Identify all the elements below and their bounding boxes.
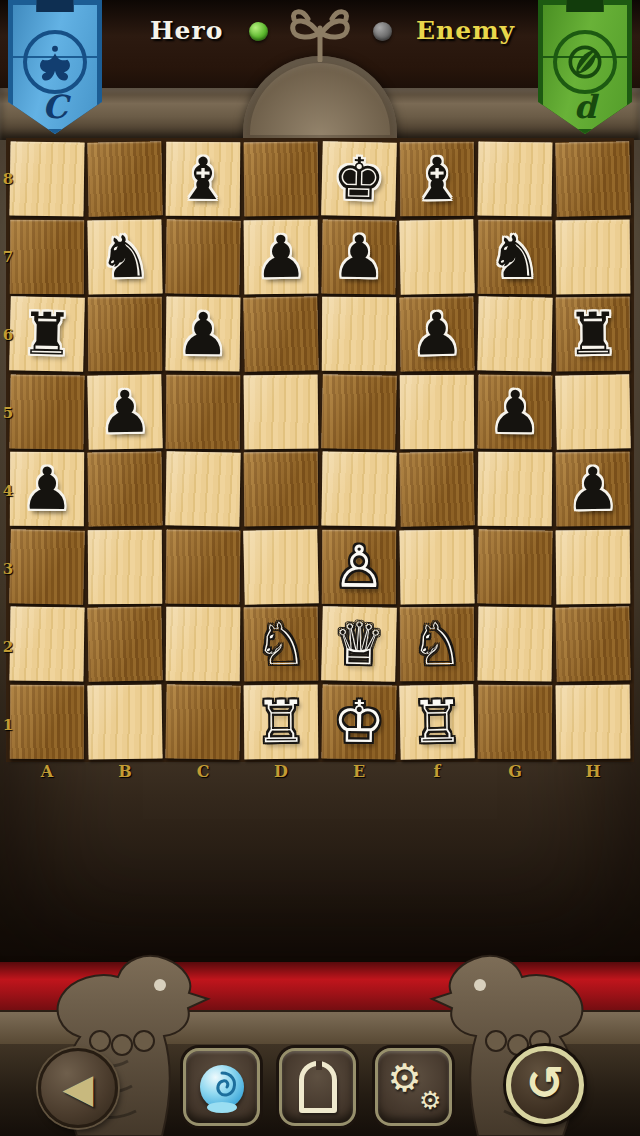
- square-h4[interactable]: ♟: [556, 452, 631, 526]
- square-h2[interactable]: [555, 606, 631, 681]
- white-queen: ♕: [332, 614, 385, 673]
- square-c6[interactable]: ♟: [165, 296, 240, 371]
- rank-label-2: 2: [1, 638, 15, 656]
- white-knight: ♘: [255, 614, 308, 673]
- black-pawn: ♟: [177, 304, 230, 363]
- enemy-banner: d: [538, 0, 632, 134]
- rank-label-4: 4: [1, 482, 15, 500]
- square-g2[interactable]: [477, 606, 552, 681]
- square-b8[interactable]: [87, 141, 162, 216]
- phoenix-emblem-icon: [23, 30, 87, 94]
- white-pawn: ♙: [333, 537, 385, 595]
- door-button[interactable]: [279, 1048, 356, 1126]
- enemy-banner-front: d: [538, 0, 632, 134]
- black-pawn: ♟: [98, 382, 151, 441]
- file-label-f: f: [426, 762, 448, 781]
- square-d7[interactable]: ♟: [244, 219, 319, 293]
- door-icon: [299, 1061, 337, 1113]
- square-b2[interactable]: [87, 606, 162, 681]
- square-f3[interactable]: [399, 529, 474, 604]
- square-a6[interactable]: ♜: [9, 296, 85, 371]
- square-d4[interactable]: [244, 452, 319, 526]
- hero-banner-letter: C: [8, 88, 102, 126]
- square-e8[interactable]: ♚: [321, 141, 397, 216]
- enemy-banner-letter: d: [538, 88, 632, 126]
- hero-banner: C: [8, 0, 102, 134]
- rank-label-1: 1: [1, 716, 15, 734]
- black-pawn: ♟: [21, 460, 73, 518]
- white-rook: ♖: [410, 692, 463, 751]
- file-label-h: H: [582, 762, 604, 781]
- chess-board: ♝♚♝♞♟♟♞♜♟♟♜♟♟♟♟♙♘♕♘♖♔♖: [6, 138, 634, 762]
- square-h7[interactable]: [556, 219, 631, 293]
- hero-label: Hero: [150, 16, 223, 45]
- rank-label-8: 8: [1, 170, 15, 188]
- square-c8[interactable]: ♝: [166, 142, 241, 216]
- square-b6[interactable]: [88, 297, 163, 371]
- square-a3[interactable]: [9, 529, 85, 604]
- square-e6[interactable]: [322, 297, 396, 371]
- crystal-ball-icon: [200, 1065, 244, 1109]
- square-a1[interactable]: [10, 684, 84, 758]
- black-rook: ♜: [20, 304, 73, 363]
- square-a7[interactable]: [10, 219, 84, 293]
- square-c3[interactable]: [165, 529, 240, 604]
- square-b5[interactable]: ♟: [87, 374, 162, 449]
- square-a8[interactable]: [9, 141, 84, 216]
- back-button[interactable]: ◀: [38, 1048, 118, 1128]
- black-pawn: ♟: [333, 227, 386, 286]
- enemy-label: Enemy: [416, 16, 515, 45]
- square-c5[interactable]: [166, 374, 241, 448]
- square-c2[interactable]: [166, 607, 241, 681]
- square-f8[interactable]: ♝: [400, 142, 475, 216]
- square-h5[interactable]: [555, 374, 631, 449]
- square-b1[interactable]: [87, 684, 162, 759]
- square-e7[interactable]: ♟: [321, 219, 396, 294]
- square-h3[interactable]: [556, 529, 631, 603]
- square-a5[interactable]: [9, 374, 84, 449]
- square-e1[interactable]: ♔: [321, 684, 396, 759]
- square-g1[interactable]: [478, 684, 553, 758]
- file-label-b: B: [114, 762, 136, 781]
- square-g7[interactable]: ♞: [478, 219, 553, 293]
- square-b7[interactable]: ♞: [87, 219, 162, 294]
- square-g3[interactable]: [477, 529, 552, 604]
- back-icon: ◀: [63, 1065, 94, 1111]
- rank-label-3: 3: [1, 560, 15, 578]
- square-d6[interactable]: [243, 296, 319, 371]
- white-rook: ♖: [255, 692, 308, 751]
- file-label-e: E: [348, 762, 370, 781]
- square-f5[interactable]: [400, 374, 475, 448]
- square-e2[interactable]: ♕: [321, 606, 397, 681]
- square-d5[interactable]: [244, 374, 319, 448]
- square-e3[interactable]: ♙: [322, 529, 396, 603]
- rank-label-5: 5: [1, 404, 15, 422]
- black-knight: ♞: [99, 227, 152, 286]
- square-f7[interactable]: [399, 219, 474, 294]
- square-f2[interactable]: ♘: [400, 607, 475, 681]
- square-h8[interactable]: [555, 141, 631, 216]
- enemy-turn-dot: [373, 22, 392, 41]
- rank-label-7: 7: [1, 248, 15, 266]
- white-king: ♔: [333, 692, 386, 751]
- square-d1[interactable]: ♖: [244, 684, 319, 758]
- black-bishop: ♝: [411, 150, 463, 208]
- rank-label-6: 6: [1, 326, 15, 344]
- black-king: ♚: [332, 149, 385, 208]
- square-e5[interactable]: [321, 374, 397, 449]
- square-c1[interactable]: [165, 684, 240, 759]
- square-e4[interactable]: [321, 451, 396, 526]
- square-a4[interactable]: ♟: [10, 452, 84, 526]
- square-c7[interactable]: [165, 219, 240, 294]
- square-g6[interactable]: [477, 296, 552, 371]
- black-knight: ♞: [489, 227, 542, 285]
- black-rook: ♜: [567, 304, 620, 363]
- scroll-ornament-icon: [283, 6, 357, 66]
- undo-icon: ↺: [526, 1056, 565, 1110]
- square-b4[interactable]: [87, 451, 162, 526]
- black-bishop: ♝: [177, 150, 230, 208]
- hero-banner-front: C: [8, 0, 102, 134]
- square-d2[interactable]: ♘: [244, 607, 319, 681]
- square-a2[interactable]: [9, 606, 84, 681]
- file-label-g: G: [504, 762, 526, 781]
- square-d3[interactable]: [243, 529, 319, 604]
- square-h1[interactable]: [556, 684, 631, 758]
- black-pawn: ♟: [255, 227, 308, 286]
- settings-button[interactable]: ⚙ ⚙: [375, 1048, 452, 1126]
- square-f4[interactable]: [399, 451, 474, 526]
- file-label-d: D: [270, 762, 292, 781]
- leaf-emblem-icon: [553, 30, 617, 94]
- hero-turn-dot: [249, 22, 268, 41]
- game-screen: Hero Enemy C: [0, 0, 640, 1136]
- hint-button[interactable]: [183, 1048, 260, 1126]
- square-g5[interactable]: ♟: [477, 374, 552, 449]
- square-b3[interactable]: [88, 529, 163, 603]
- black-pawn: ♟: [411, 304, 464, 363]
- file-label-a: A: [36, 762, 58, 781]
- square-g4[interactable]: [478, 452, 553, 526]
- square-f6[interactable]: ♟: [399, 296, 474, 371]
- white-knight: ♘: [411, 615, 463, 673]
- gears-icon: ⚙ ⚙: [386, 1059, 442, 1115]
- square-h6[interactable]: ♜: [556, 297, 631, 371]
- black-pawn: ♟: [567, 459, 620, 518]
- black-pawn: ♟: [489, 382, 542, 441]
- undo-button[interactable]: ↺: [506, 1046, 584, 1124]
- square-d8[interactable]: [244, 142, 319, 216]
- square-f1[interactable]: ♖: [399, 684, 474, 759]
- square-c4[interactable]: [165, 451, 240, 526]
- file-label-c: C: [192, 762, 214, 781]
- square-g8[interactable]: [477, 141, 552, 216]
